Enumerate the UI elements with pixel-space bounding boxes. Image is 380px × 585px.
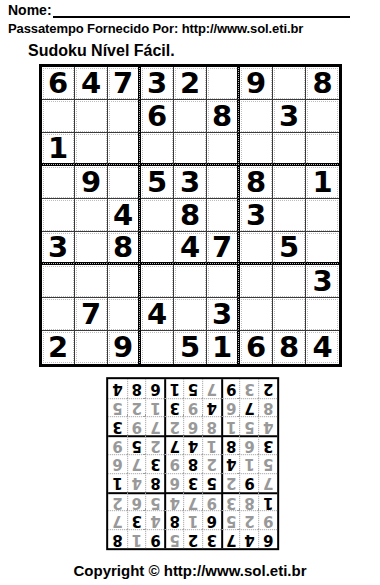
solution-given-cell: 4 — [183, 435, 202, 454]
given-cell: 5 — [273, 232, 306, 265]
empty-cell[interactable] — [42, 166, 75, 199]
empty-cell[interactable] — [42, 100, 75, 133]
empty-cell[interactable] — [273, 199, 306, 232]
given-cell: 3 — [240, 199, 273, 232]
solution-solved-cell: 1 — [202, 435, 221, 454]
empty-cell[interactable] — [306, 199, 339, 232]
given-cell: 3 — [174, 166, 207, 199]
empty-cell[interactable] — [108, 265, 141, 298]
solution-given-cell: 8 — [146, 473, 165, 492]
given-cell: 4 — [141, 298, 174, 331]
solution-given-cell: 5 — [202, 473, 221, 492]
given-cell: 5 — [174, 331, 207, 364]
solution-given-cell: 9 — [221, 379, 240, 398]
empty-cell[interactable] — [273, 133, 306, 166]
solution-solved-cell: 1 — [127, 529, 146, 548]
name-row: Nome: — [8, 3, 350, 18]
empty-cell[interactable] — [141, 232, 174, 265]
solution-given-cell: 3 — [258, 435, 277, 454]
solution-given-cell: 7 — [164, 435, 183, 454]
empty-cell[interactable] — [273, 67, 306, 100]
solution-solved-cell: 9 — [183, 398, 202, 417]
solution-given-cell: 8 — [164, 511, 183, 530]
solution-given-cell: 7 — [221, 529, 240, 548]
given-cell: 1 — [306, 166, 339, 199]
empty-cell[interactable] — [240, 265, 273, 298]
solution-given-cell: 8 — [127, 379, 146, 398]
given-cell: 4 — [75, 67, 108, 100]
solution-given-cell: 1 — [258, 492, 277, 511]
given-cell: 3 — [273, 100, 306, 133]
solution-given-cell: 4 — [240, 529, 259, 548]
solution-given-cell: 5 — [127, 435, 146, 454]
solution-given-cell: 1 — [164, 379, 183, 398]
solution-solved-cell: 2 — [202, 454, 221, 473]
solution-solved-cell: 1 — [240, 454, 259, 473]
empty-cell[interactable] — [141, 265, 174, 298]
empty-cell[interactable] — [306, 100, 339, 133]
empty-cell[interactable] — [75, 265, 108, 298]
solution-solved-cell: 2 — [127, 398, 146, 417]
given-cell: 7 — [108, 67, 141, 100]
solution-given-cell: 2 — [183, 529, 202, 548]
solution-given-cell: 6 — [202, 511, 221, 530]
given-cell: 6 — [42, 67, 75, 100]
solution-given-cell: 3 — [127, 511, 146, 530]
empty-cell[interactable] — [108, 133, 141, 166]
empty-cell[interactable] — [273, 166, 306, 199]
solution-solved-cell: 9 — [127, 417, 146, 436]
solution-solved-cell: 7 — [108, 511, 127, 530]
empty-cell[interactable] — [240, 232, 273, 265]
solution-given-cell: 9 — [146, 529, 165, 548]
empty-cell[interactable] — [42, 199, 75, 232]
solution-given-cell: 3 — [108, 417, 127, 436]
solution-solved-cell: 2 — [146, 435, 165, 454]
given-cell: 9 — [240, 67, 273, 100]
solution-solved-cell: 2 — [164, 417, 183, 436]
solution-solved-cell: 1 — [183, 511, 202, 530]
empty-cell[interactable] — [75, 100, 108, 133]
empty-cell[interactable] — [75, 232, 108, 265]
empty-cell[interactable] — [174, 298, 207, 331]
solution-given-cell: 3 — [164, 398, 183, 417]
empty-cell[interactable] — [306, 232, 339, 265]
empty-cell[interactable] — [306, 133, 339, 166]
given-cell: 8 — [273, 331, 306, 364]
solution-solved-cell: 8 — [240, 492, 259, 511]
copyright-line: Copyright © http://www.sol.eti.br — [0, 562, 380, 579]
solution-given-cell: 4 — [108, 379, 127, 398]
name-blank-line — [53, 3, 350, 18]
solution-given-cell: 8 — [221, 435, 240, 454]
empty-cell[interactable] — [207, 166, 240, 199]
solution-given-cell: 7 — [240, 398, 259, 417]
given-cell: 3 — [141, 67, 174, 100]
solution-solved-cell: 4 — [127, 473, 146, 492]
given-cell: 2 — [42, 331, 75, 364]
given-cell: 6 — [240, 331, 273, 364]
empty-cell[interactable] — [108, 298, 141, 331]
solution-solved-cell: 4 — [164, 492, 183, 511]
solution-given-cell: 8 — [183, 454, 202, 473]
solution-solved-cell: 7 — [202, 379, 221, 398]
solution-solved-cell: 2 — [240, 511, 259, 530]
solution-solved-cell: 5 — [164, 529, 183, 548]
solution-solved-cell: 6 — [108, 454, 127, 473]
given-cell: 8 — [306, 67, 339, 100]
solution-given-cell: 3 — [146, 454, 165, 473]
given-cell: 3 — [207, 298, 240, 331]
solution-solved-cell: 9 — [202, 492, 221, 511]
empty-cell[interactable] — [108, 100, 141, 133]
given-cell: 3 — [42, 232, 75, 265]
solution-solved-cell: 9 — [108, 435, 127, 454]
solution-given-cell: 4 — [221, 454, 240, 473]
solution-given-cell: 3 — [202, 529, 221, 548]
empty-cell[interactable] — [141, 199, 174, 232]
solution-solved-cell: 2 — [221, 473, 240, 492]
given-cell: 5 — [141, 166, 174, 199]
solution-solved-cell: 8 — [202, 417, 221, 436]
empty-cell[interactable] — [207, 67, 240, 100]
given-cell: 9 — [108, 331, 141, 364]
solution-solved-cell: 5 — [146, 492, 165, 511]
solution-given-cell: 2 — [258, 379, 277, 398]
solution-solved-cell: 6 — [183, 417, 202, 436]
empty-cell[interactable] — [240, 298, 273, 331]
solution-solved-cell: 5 — [221, 511, 240, 530]
empty-cell[interactable] — [174, 100, 207, 133]
solution-solved-cell: 7 — [127, 454, 146, 473]
solution-solved-cell: 1 — [221, 417, 240, 436]
given-cell: 7 — [207, 232, 240, 265]
solution-solved-cell: 8 — [258, 398, 277, 417]
solution-given-cell: 6 — [258, 529, 277, 548]
solution-given-cell: 5 — [183, 379, 202, 398]
given-cell: 1 — [42, 133, 75, 166]
given-cell: 2 — [174, 67, 207, 100]
given-cell: 4 — [108, 199, 141, 232]
given-cell: 8 — [207, 100, 240, 133]
solution-solved-cell: 5 — [258, 454, 277, 473]
empty-cell[interactable] — [75, 133, 108, 166]
solution-solved-cell: 3 — [221, 492, 240, 511]
solution-solved-cell: 7 — [258, 473, 277, 492]
given-cell: 4 — [174, 232, 207, 265]
solution-solved-cell: 3 — [240, 379, 259, 398]
solution-given-cell: 1 — [108, 473, 127, 492]
solution-solved-cell: 5 — [240, 417, 259, 436]
page-title: Sudoku Nível Fácil. — [28, 42, 175, 60]
empty-cell[interactable] — [240, 133, 273, 166]
given-cell: 1 — [207, 331, 240, 364]
empty-cell[interactable] — [75, 331, 108, 364]
solution-solved-cell: 9 — [258, 511, 277, 530]
empty-cell[interactable] — [141, 133, 174, 166]
solution-grid: 6473259189256184371839745627925368415142… — [106, 377, 279, 550]
solution-given-cell: 9 — [240, 473, 259, 492]
main-grid: 64732986831953814833847537432951684 — [39, 64, 342, 367]
empty-cell[interactable] — [75, 199, 108, 232]
given-cell: 8 — [240, 166, 273, 199]
solution-solved-cell: 4 — [146, 511, 165, 530]
empty-cell[interactable] — [240, 100, 273, 133]
solution-given-cell: 3 — [183, 473, 202, 492]
empty-cell[interactable] — [273, 265, 306, 298]
solution-solved-cell: 5 — [108, 398, 127, 417]
empty-cell[interactable] — [273, 298, 306, 331]
given-cell: 3 — [306, 265, 339, 298]
solution-given-cell: 4 — [202, 398, 221, 417]
given-cell: 4 — [306, 331, 339, 364]
solution-solved-cell: 7 — [183, 492, 202, 511]
empty-cell[interactable] — [108, 166, 141, 199]
solution-solved-cell: 6 — [127, 492, 146, 511]
solution-solved-cell: 2 — [108, 492, 127, 511]
empty-cell[interactable] — [174, 133, 207, 166]
given-cell: 6 — [141, 100, 174, 133]
empty-cell[interactable] — [207, 199, 240, 232]
name-label: Nome: — [8, 3, 52, 18]
solution-solved-cell: 9 — [164, 454, 183, 473]
given-cell: 7 — [75, 298, 108, 331]
empty-cell[interactable] — [306, 298, 339, 331]
empty-cell[interactable] — [42, 298, 75, 331]
solution-solved-cell: 6 — [164, 473, 183, 492]
solution-given-cell: 8 — [108, 529, 127, 548]
solution-solved-cell: 4 — [258, 417, 277, 436]
solution-solved-cell: 6 — [221, 398, 240, 417]
given-cell: 8 — [174, 199, 207, 232]
empty-cell[interactable] — [141, 331, 174, 364]
solution-given-cell: 6 — [146, 379, 165, 398]
empty-cell[interactable] — [174, 265, 207, 298]
provider-line: Passatempo Fornecido Por: http://www.sol… — [8, 21, 303, 36]
empty-cell[interactable] — [207, 265, 240, 298]
empty-cell[interactable] — [42, 265, 75, 298]
solution-solved-cell: 6 — [240, 435, 259, 454]
empty-cell[interactable] — [207, 133, 240, 166]
solution-solved-cell: 7 — [146, 417, 165, 436]
given-cell: 9 — [75, 166, 108, 199]
solution-solved-cell: 1 — [146, 398, 165, 417]
given-cell: 8 — [108, 232, 141, 265]
